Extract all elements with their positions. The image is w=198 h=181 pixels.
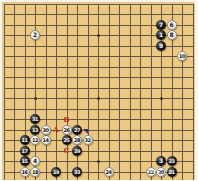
move-number: 11 [21, 135, 27, 145]
grid-line [88, 4, 89, 181]
grid-line [151, 4, 152, 181]
grid-line [4, 56, 194, 57]
grid-line [130, 4, 131, 181]
grid-line [4, 14, 194, 15]
move-number: 23 [168, 156, 174, 166]
stone-black-33: 33 [72, 167, 82, 177]
move-number: 24 [105, 167, 111, 177]
move-number: 10 [179, 51, 185, 61]
stone-white-32: 32 [83, 135, 93, 145]
grid-line [98, 4, 99, 181]
grid-line [4, 4, 194, 5]
stone-white-4: 4 [30, 156, 40, 166]
grid-line [4, 4, 5, 181]
label-C: C [62, 146, 71, 155]
grid-line [14, 4, 15, 181]
label-B: B [62, 115, 71, 124]
grid-line [4, 88, 194, 89]
grid-line [56, 4, 57, 181]
move-number: 9 [159, 41, 163, 51]
move-number: 31 [32, 114, 38, 124]
watermark: fff2.cn [148, 168, 173, 176]
stone-black-11: 11 [20, 135, 30, 145]
move-number: 6 [170, 20, 174, 30]
grid-line [4, 67, 194, 68]
grid-line [4, 77, 194, 78]
stone-white-14: 14 [41, 135, 51, 145]
move-number: 25 [63, 135, 69, 145]
move-number: 8 [170, 30, 174, 40]
stone-black-3: 3 [156, 156, 166, 166]
go-board: 1234678910111213141516171819202122232425… [2, 2, 196, 181]
stone-black-19: 19 [51, 167, 61, 177]
star-point [97, 34, 100, 37]
move-number: 7 [159, 20, 163, 30]
grid-line [193, 4, 194, 181]
move-number: 30 [42, 125, 48, 135]
stone-black-13: 13 [30, 125, 40, 135]
stone-black-17: 17 [20, 146, 30, 156]
stone-black-31: 31 [30, 114, 40, 124]
star-point [97, 160, 100, 163]
move-number: 26 [63, 125, 69, 135]
star-point [34, 97, 37, 100]
stone-white-18: 18 [30, 167, 40, 177]
stone-black-23: 23 [167, 156, 177, 166]
stone-black-9: 9 [156, 41, 166, 51]
move-number: 3 [159, 156, 163, 166]
move-number: 33 [74, 167, 80, 177]
label-A: A [52, 125, 61, 134]
move-number: 15 [21, 156, 27, 166]
stone-white-16: 16 [20, 167, 30, 177]
stone-white-26: 26 [62, 125, 72, 135]
stone-white-30: 30 [41, 125, 51, 135]
move-number: 4 [33, 156, 37, 166]
move-number: 2 [33, 30, 37, 40]
stone-white-28: 28 [72, 135, 82, 145]
move-number: 32 [84, 135, 90, 145]
move-number: 16 [21, 167, 27, 177]
grid-line [119, 4, 120, 181]
stone-white-10: 10 [177, 51, 187, 61]
grid-line [4, 151, 194, 152]
grid-line [182, 4, 183, 181]
move-number: 27 [74, 125, 80, 135]
stone-white-6: 6 [167, 20, 177, 30]
triangle-marker [83, 129, 88, 134]
move-number: 28 [74, 135, 80, 145]
stone-black-7: 7 [156, 20, 166, 30]
stone-black-25: 25 [62, 135, 72, 145]
star-point [160, 97, 163, 100]
grid-line [109, 4, 110, 181]
move-number: 1 [159, 30, 163, 40]
move-number: 29 [74, 146, 80, 156]
stone-white-2: 2 [30, 30, 40, 40]
stone-black-1: 1 [156, 30, 166, 40]
grid-line [46, 4, 47, 181]
grid-line [140, 4, 141, 181]
stone-white-8: 8 [167, 30, 177, 40]
star-point [97, 97, 100, 100]
move-number: 17 [21, 146, 27, 156]
stone-white-12: 12 [30, 135, 40, 145]
grid-line [4, 109, 194, 110]
move-number: 13 [32, 125, 38, 135]
stone-black-15: 15 [20, 156, 30, 166]
go-diagram-frame: 1234678910111213141516171819202122232425… [0, 0, 198, 180]
move-number: 12 [32, 135, 38, 145]
stone-black-29: 29 [72, 146, 82, 156]
stone-white-24: 24 [104, 167, 114, 177]
stone-black-27: 27 [72, 125, 82, 135]
move-number: 14 [42, 135, 48, 145]
move-number: 19 [53, 167, 59, 177]
move-number: 18 [32, 167, 38, 177]
